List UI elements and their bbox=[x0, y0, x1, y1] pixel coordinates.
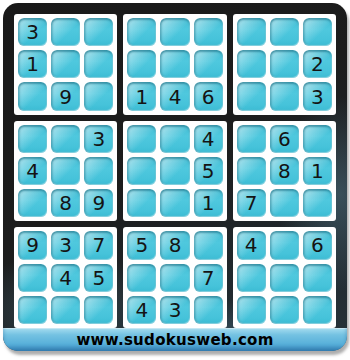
cell-r9c5[interactable]: 3 bbox=[160, 296, 189, 324]
cell-r9c9[interactable] bbox=[303, 296, 332, 324]
cell-r8c1[interactable] bbox=[18, 264, 47, 292]
cell-r9c2[interactable] bbox=[51, 296, 80, 324]
cell-r1c1[interactable]: 3 bbox=[18, 18, 47, 46]
cell-r3c1[interactable] bbox=[18, 82, 47, 110]
box-5: 451 bbox=[123, 121, 226, 222]
cell-r8c8[interactable] bbox=[270, 264, 299, 292]
cell-r2c2[interactable] bbox=[51, 50, 80, 78]
cell-r3c3[interactable] bbox=[84, 82, 113, 110]
cell-r6c1[interactable] bbox=[18, 189, 47, 217]
cell-r1c8[interactable] bbox=[270, 18, 299, 46]
cell-r7c3[interactable]: 7 bbox=[84, 231, 113, 259]
cell-r3c9[interactable]: 3 bbox=[303, 82, 332, 110]
box-1: 319 bbox=[14, 14, 117, 115]
box-2: 146 bbox=[123, 14, 226, 115]
cell-r8c9[interactable] bbox=[303, 264, 332, 292]
cell-r6c2[interactable]: 8 bbox=[51, 189, 80, 217]
cell-r4c6[interactable]: 4 bbox=[194, 125, 223, 153]
cell-r6c9[interactable] bbox=[303, 189, 332, 217]
cell-r6c7[interactable]: 7 bbox=[237, 189, 266, 217]
box-8: 58743 bbox=[123, 227, 226, 328]
cell-r1c2[interactable] bbox=[51, 18, 80, 46]
cell-r3c2[interactable]: 9 bbox=[51, 82, 80, 110]
sudoku-grid: 3191462334894516817937455874346 bbox=[14, 14, 336, 328]
cell-r1c9[interactable] bbox=[303, 18, 332, 46]
cell-r8c2[interactable]: 4 bbox=[51, 264, 80, 292]
cell-r2c5[interactable] bbox=[160, 50, 189, 78]
cell-r9c3[interactable] bbox=[84, 296, 113, 324]
cell-r8c6[interactable]: 7 bbox=[194, 264, 223, 292]
site-url-text: www.sudokusweb.com bbox=[76, 331, 273, 349]
cell-r1c5[interactable] bbox=[160, 18, 189, 46]
box-6: 6817 bbox=[233, 121, 336, 222]
cell-r5c9[interactable]: 1 bbox=[303, 157, 332, 185]
cell-r4c5[interactable] bbox=[160, 125, 189, 153]
cell-r8c3[interactable]: 5 bbox=[84, 264, 113, 292]
cell-r1c3[interactable] bbox=[84, 18, 113, 46]
cell-r6c8[interactable] bbox=[270, 189, 299, 217]
cell-r4c3[interactable]: 3 bbox=[84, 125, 113, 153]
cell-r7c4[interactable]: 5 bbox=[127, 231, 156, 259]
cell-r3c6[interactable]: 6 bbox=[194, 82, 223, 110]
cell-r4c9[interactable] bbox=[303, 125, 332, 153]
cell-r7c5[interactable]: 8 bbox=[160, 231, 189, 259]
cell-r9c6[interactable] bbox=[194, 296, 223, 324]
cell-r2c4[interactable] bbox=[127, 50, 156, 78]
cell-r2c3[interactable] bbox=[84, 50, 113, 78]
cell-r7c6[interactable] bbox=[194, 231, 223, 259]
cell-r6c4[interactable] bbox=[127, 189, 156, 217]
cell-r5c1[interactable]: 4 bbox=[18, 157, 47, 185]
cell-r7c7[interactable]: 4 bbox=[237, 231, 266, 259]
box-7: 93745 bbox=[14, 227, 117, 328]
cell-r9c7[interactable] bbox=[237, 296, 266, 324]
sudoku-board-frame: 3191462334894516817937455874346 www.sudo… bbox=[3, 3, 347, 351]
cell-r5c7[interactable] bbox=[237, 157, 266, 185]
cell-r7c8[interactable] bbox=[270, 231, 299, 259]
cell-r2c1[interactable]: 1 bbox=[18, 50, 47, 78]
cell-r4c7[interactable] bbox=[237, 125, 266, 153]
cell-r8c4[interactable] bbox=[127, 264, 156, 292]
cell-r3c4[interactable]: 1 bbox=[127, 82, 156, 110]
cell-r7c2[interactable]: 3 bbox=[51, 231, 80, 259]
cell-r7c9[interactable]: 6 bbox=[303, 231, 332, 259]
cell-r1c4[interactable] bbox=[127, 18, 156, 46]
cell-r5c4[interactable] bbox=[127, 157, 156, 185]
cell-r1c7[interactable] bbox=[237, 18, 266, 46]
footer-band: www.sudokusweb.com bbox=[3, 328, 347, 351]
cell-r6c6[interactable]: 1 bbox=[194, 189, 223, 217]
cell-r5c5[interactable] bbox=[160, 157, 189, 185]
box-4: 3489 bbox=[14, 121, 117, 222]
cell-r9c8[interactable] bbox=[270, 296, 299, 324]
cell-r4c4[interactable] bbox=[127, 125, 156, 153]
cell-r8c5[interactable] bbox=[160, 264, 189, 292]
box-9: 46 bbox=[233, 227, 336, 328]
cell-r5c8[interactable]: 8 bbox=[270, 157, 299, 185]
cell-r6c5[interactable] bbox=[160, 189, 189, 217]
box-3: 23 bbox=[233, 14, 336, 115]
cell-r2c8[interactable] bbox=[270, 50, 299, 78]
cell-r3c8[interactable] bbox=[270, 82, 299, 110]
cell-r5c6[interactable]: 5 bbox=[194, 157, 223, 185]
cell-r2c6[interactable] bbox=[194, 50, 223, 78]
cell-r5c2[interactable] bbox=[51, 157, 80, 185]
cell-r9c1[interactable] bbox=[18, 296, 47, 324]
cell-r4c1[interactable] bbox=[18, 125, 47, 153]
cell-r9c4[interactable]: 4 bbox=[127, 296, 156, 324]
cell-r3c5[interactable]: 4 bbox=[160, 82, 189, 110]
cell-r4c2[interactable] bbox=[51, 125, 80, 153]
cell-r2c7[interactable] bbox=[237, 50, 266, 78]
cell-r1c6[interactable] bbox=[194, 18, 223, 46]
cell-r5c3[interactable] bbox=[84, 157, 113, 185]
cell-r6c3[interactable]: 9 bbox=[84, 189, 113, 217]
cell-r4c8[interactable]: 6 bbox=[270, 125, 299, 153]
cell-r3c7[interactable] bbox=[237, 82, 266, 110]
cell-r8c7[interactable] bbox=[237, 264, 266, 292]
cell-r7c1[interactable]: 9 bbox=[18, 231, 47, 259]
cell-r2c9[interactable]: 2 bbox=[303, 50, 332, 78]
